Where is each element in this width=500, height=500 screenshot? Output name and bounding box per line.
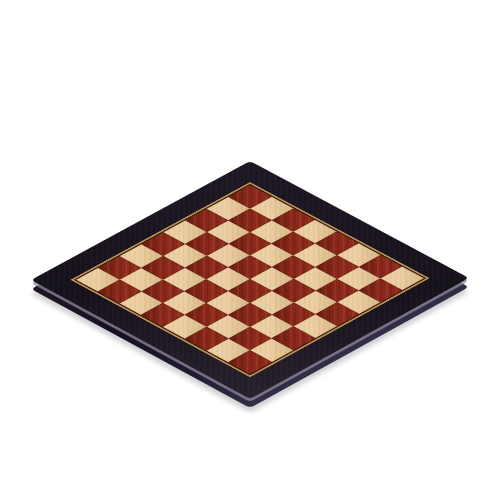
board-pinstripe-inlay	[70, 182, 429, 377]
product-photo-scene	[0, 0, 500, 500]
board-surface-frame	[31, 161, 469, 399]
